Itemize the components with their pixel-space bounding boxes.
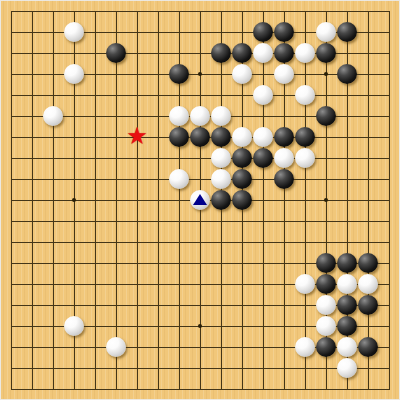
triangle-last-move-marker: [190, 190, 211, 211]
red-star-marker: ★: [127, 126, 148, 147]
markers-layer: ★: [1, 1, 400, 400]
triangle-icon: [193, 194, 207, 205]
go-board[interactable]: ★: [0, 0, 400, 400]
